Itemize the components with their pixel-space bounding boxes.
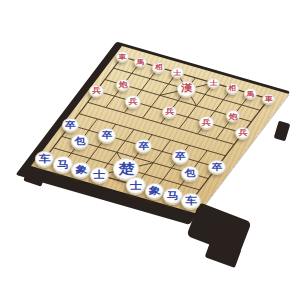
piece-character: 象 [75,165,87,175]
piece-character: 卒 [102,131,113,140]
piece-character: 士 [94,170,106,180]
piece-character: 兵 [238,129,247,137]
piece-blue-elephant[interactable]: 象 [145,183,165,199]
piece-character: 象 [148,186,160,196]
piece-blue-cannon[interactable]: 包 [181,166,199,181]
piece-character: 相 [155,64,163,71]
piece-character: 楚 [119,162,135,175]
piece-blue-king[interactable]: 楚 [113,158,139,180]
piece-character: 炮 [119,81,128,88]
piece-character: 卒 [138,142,149,151]
piece-character: 卒 [175,152,186,161]
piece-character: 马 [167,191,179,201]
piece-character: 車 [265,96,273,103]
piece-blue-soldier[interactable]: 卒 [208,160,226,174]
piece-red-chariot[interactable]: 車 [116,51,129,62]
piece-blue-elephant[interactable]: 象 [71,162,91,178]
piece-red-horse[interactable]: 馬 [244,88,257,99]
piece-character: 兵 [202,119,211,127]
piece-character: 士 [173,69,181,76]
piece-red-soldier[interactable]: 兵 [89,85,104,98]
piece-character: 馬 [137,59,145,66]
piece-character: 炮 [229,113,238,120]
piece-character: 車 [118,53,126,60]
piece-character: 兵 [128,98,137,106]
piece-blue-advisor[interactable]: 士 [126,177,146,193]
piece-red-soldier[interactable]: 兵 [125,95,140,108]
piece-red-soldier[interactable]: 兵 [199,116,214,129]
xiangqi-set-photo: 車馬相士士相馬車漢炮炮兵兵兵兵兵卒卒卒卒卒包包楚车马象士士象马车 [0,0,300,300]
piece-red-advisor[interactable]: 士 [171,67,184,78]
piece-character: 车 [185,196,197,206]
piece-character: 馬 [246,90,254,97]
piece-blue-soldier[interactable]: 卒 [172,149,190,163]
piece-character: 漢 [181,84,192,94]
piece-character: 马 [57,159,69,169]
piece-red-elephant[interactable]: 相 [226,83,239,94]
piece-character: 包 [185,169,196,178]
piece-blue-horse[interactable]: 马 [163,188,183,204]
piece-character: 卒 [212,163,223,172]
piece-red-cannon[interactable]: 炮 [116,79,131,91]
piece-character: 兵 [165,108,174,116]
piece-blue-soldier[interactable]: 卒 [98,128,116,142]
piece-character: 卒 [65,121,76,130]
piece-character: 相 [228,85,236,92]
piece-character: 士 [210,80,218,87]
piece-character: 包 [75,137,86,146]
piece-character: 兵 [92,87,101,95]
piece-character: 车 [39,154,51,164]
piece-character: 士 [130,181,142,191]
piece-blue-horse[interactable]: 马 [53,156,73,172]
piece-red-elephant[interactable]: 相 [152,62,165,73]
